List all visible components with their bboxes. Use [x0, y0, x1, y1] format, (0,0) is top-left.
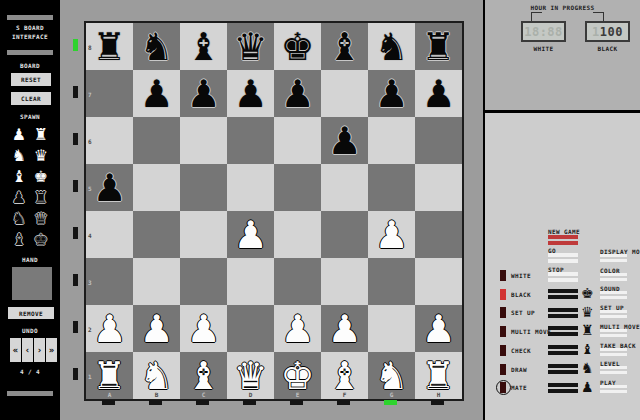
control-panel: NEW GAME GO STOP ♚♛♜♝♞♟ WHITEBLACKSET UP…	[483, 113, 640, 420]
black-pawn: ♟	[139, 75, 173, 113]
option-button-multi-move[interactable]	[600, 334, 627, 337]
knight-button-icon[interactable]: ♞	[581, 361, 594, 375]
white-knight: ♞	[12, 148, 26, 164]
white-rook: ♜	[34, 127, 48, 143]
square-d6[interactable]	[227, 117, 274, 164]
king-button-icon[interactable]: ♚	[581, 286, 594, 300]
black-pawn: ♟	[92, 169, 126, 207]
spawn-black-pawn-button[interactable]: ♟	[8, 187, 30, 208]
status-led-mate	[500, 382, 506, 393]
hand-section-label: HAND	[0, 256, 60, 263]
white-pawn: ♟	[421, 310, 455, 348]
new-game-button[interactable]	[548, 241, 578, 245]
spawn-black-knight-button[interactable]: ♞	[8, 208, 30, 229]
status-label-check: CHECK	[511, 347, 531, 354]
go-button[interactable]	[548, 259, 578, 263]
rank-led-8	[73, 39, 78, 51]
black-pawn: ♟	[421, 75, 455, 113]
app-title-line1: S BOARD	[0, 24, 60, 31]
rank-label-5: 5	[88, 184, 92, 191]
chess-board: 8♜♞♝♛♚♝♞♜7♟♟♟♟♟♟6♟5♟4♟♟32♟♟♟♟♟♟1A♜B♞C♝D♛…	[84, 21, 464, 401]
status-led-black	[500, 289, 506, 300]
white-clock-ghost-digits: 18:88	[524, 25, 563, 39]
square-e4[interactable]	[274, 211, 321, 258]
square-c6[interactable]	[180, 117, 227, 164]
file-label-a: A	[108, 391, 112, 398]
white-rook: ♜	[421, 357, 455, 395]
square-g7[interactable]: ♟	[368, 70, 415, 117]
black-pawn: ♟	[280, 75, 314, 113]
undo-section-label: UNDO	[0, 327, 60, 334]
square-a3[interactable]: 3	[86, 258, 133, 305]
square-f2[interactable]: ♟	[321, 305, 368, 352]
rank-label-7: 7	[88, 90, 92, 97]
square-a1[interactable]: 1A♜	[86, 352, 133, 399]
new-game-label: NEW GAME	[548, 228, 580, 235]
status-led-multi-move	[500, 326, 506, 337]
clock-title: HOUR IN PROGRESS	[485, 4, 640, 11]
sidebar: S BOARD INTERFACE BOARD RESET CLEAR SPAW…	[0, 0, 60, 420]
knight-button[interactable]	[548, 370, 578, 374]
king-button[interactable]	[548, 295, 578, 299]
black-bishop: ♝	[12, 232, 26, 248]
black-knight: ♞	[139, 28, 173, 66]
white-rook: ♜	[92, 357, 126, 395]
square-f5[interactable]	[321, 164, 368, 211]
square-d3[interactable]	[227, 258, 274, 305]
square-f6[interactable]: ♟	[321, 117, 368, 164]
status-led-check	[500, 345, 506, 356]
knight-button[interactable]	[548, 364, 578, 368]
rank-label-3: 3	[88, 278, 92, 285]
square-e1[interactable]: E♚	[274, 352, 321, 399]
reset-button[interactable]: RESET	[11, 73, 51, 86]
pawn-button-icon[interactable]: ♟	[581, 380, 594, 394]
spawn-white-rook-button[interactable]: ♜	[30, 124, 52, 145]
spawn-black-rook-button[interactable]: ♜	[30, 187, 52, 208]
spawn-black-king-button[interactable]: ♚	[30, 229, 52, 250]
rank-label-1: 1	[88, 372, 92, 379]
square-b3[interactable]	[133, 258, 180, 305]
black-clock-value: 100	[600, 25, 623, 39]
option-button-set-up[interactable]	[600, 315, 627, 318]
square-g5[interactable]	[368, 164, 415, 211]
white-clock-display: 18:88	[521, 21, 566, 42]
divider	[7, 391, 53, 396]
status-label-mate: MATE	[511, 384, 527, 391]
queen-button-icon[interactable]: ♛	[581, 305, 594, 319]
square-a5[interactable]: 5♟	[86, 164, 133, 211]
clear-button[interactable]: CLEAR	[11, 92, 51, 105]
square-f1[interactable]: F♝	[321, 352, 368, 399]
rank-led-6	[73, 133, 78, 145]
option-button-display-move[interactable]	[600, 254, 627, 257]
square-c7[interactable]: ♟	[180, 70, 227, 117]
white-pawn: ♟	[92, 310, 126, 348]
file-led-h	[431, 400, 444, 405]
square-g8[interactable]: ♞	[368, 23, 415, 70]
file-led-d	[243, 400, 256, 405]
option-button-display-move[interactable]	[600, 259, 627, 262]
file-led-a	[102, 400, 115, 405]
square-e6[interactable]	[274, 117, 321, 164]
square-h4[interactable]	[415, 211, 462, 258]
rank-led-5	[73, 180, 78, 192]
white-king: ♚	[280, 357, 314, 395]
black-rook: ♜	[421, 28, 455, 66]
status-label-black: BLACK	[511, 291, 531, 298]
square-c4[interactable]	[180, 211, 227, 258]
new-game-button[interactable]	[548, 235, 578, 239]
option-button-play[interactable]	[600, 390, 627, 393]
rook-button[interactable]	[548, 332, 578, 336]
option-button-take-back[interactable]	[600, 348, 627, 351]
hand-slot	[12, 267, 52, 300]
square-e5[interactable]	[274, 164, 321, 211]
square-b1[interactable]: B♞	[133, 352, 180, 399]
square-h6[interactable]	[415, 117, 462, 164]
spawn-palette: ♟♜♞♛♝♚♟♜♞♛♝♚	[8, 124, 52, 250]
square-h7[interactable]: ♟	[415, 70, 462, 117]
square-h8[interactable]: ♜	[415, 23, 462, 70]
rank-label-2: 2	[88, 325, 92, 332]
black-knight: ♞	[374, 28, 408, 66]
file-led-e	[290, 400, 303, 405]
app-title-line2: INTERFACE	[0, 33, 60, 40]
square-g6[interactable]	[368, 117, 415, 164]
option-button-sound[interactable]	[600, 291, 627, 294]
square-d2[interactable]	[227, 305, 274, 352]
rank-led-4	[73, 227, 78, 239]
white-knight: ♞	[139, 357, 173, 395]
rank-led-7	[73, 86, 78, 98]
black-bishop: ♝	[327, 28, 361, 66]
square-f8[interactable]: ♝	[321, 23, 368, 70]
square-b7[interactable]: ♟	[133, 70, 180, 117]
status-label-draw: DRAW	[511, 366, 527, 373]
queen-button[interactable]	[548, 314, 578, 318]
white-queen: ♛	[233, 357, 267, 395]
clock-panel: HOUR IN PROGRESS 18:88 1100 WHITE BLACK	[483, 0, 640, 113]
divider	[7, 15, 53, 20]
file-label-b: B	[155, 391, 159, 398]
square-b2[interactable]: ♟	[133, 305, 180, 352]
black-bishop: ♝	[186, 28, 220, 66]
white-king: ♚	[34, 169, 48, 185]
black-rook: ♜	[34, 190, 48, 206]
rank-led-1	[73, 368, 78, 380]
black-king: ♚	[34, 232, 48, 248]
square-h3[interactable]	[415, 258, 462, 305]
file-label-g: G	[390, 391, 394, 398]
rank-label-6: 6	[88, 137, 92, 144]
square-a4[interactable]: 4	[86, 211, 133, 258]
bracket-line-right	[593, 12, 604, 21]
status-led-draw	[500, 364, 506, 375]
square-g3[interactable]	[368, 258, 415, 305]
option-button-level[interactable]	[600, 366, 627, 369]
pawn-button[interactable]	[548, 383, 578, 387]
rank-led-3	[73, 274, 78, 286]
bishop-button[interactable]	[548, 345, 578, 349]
king-button[interactable]	[548, 289, 578, 293]
file-led-f	[337, 400, 350, 405]
white-bishop: ♝	[12, 169, 26, 185]
white-pawn: ♟	[186, 310, 220, 348]
square-c1[interactable]: C♝	[180, 352, 227, 399]
option-button-sound[interactable]	[600, 296, 627, 299]
bishop-button[interactable]	[548, 351, 578, 355]
black-rook: ♜	[92, 28, 126, 66]
square-a6[interactable]: 6	[86, 117, 133, 164]
white-queen: ♛	[34, 148, 48, 164]
black-queen: ♛	[34, 211, 48, 227]
spawn-black-queen-button[interactable]: ♛	[30, 208, 52, 229]
rank-led-2	[73, 321, 78, 333]
square-f3[interactable]	[321, 258, 368, 305]
square-e7[interactable]: ♟	[274, 70, 321, 117]
undo-controls: «‹›»	[10, 338, 57, 362]
square-d4[interactable]: ♟	[227, 211, 274, 258]
square-h5[interactable]	[415, 164, 462, 211]
square-b6[interactable]	[133, 117, 180, 164]
stop-button[interactable]	[548, 278, 578, 282]
square-a8[interactable]: 8♜	[86, 23, 133, 70]
white-clock-label: WHITE	[521, 45, 566, 52]
white-pawn: ♟	[233, 216, 267, 254]
file-led-b	[149, 400, 162, 405]
status-label-multi-move: MULTI MOVE	[511, 328, 551, 335]
black-queen: ♛	[233, 28, 267, 66]
square-h2[interactable]: ♟	[415, 305, 462, 352]
square-c3[interactable]	[180, 258, 227, 305]
white-pawn: ♟	[327, 310, 361, 348]
square-a7[interactable]: 7	[86, 70, 133, 117]
go-button[interactable]	[548, 253, 578, 257]
square-b5[interactable]	[133, 164, 180, 211]
file-led-c	[196, 400, 209, 405]
remove-button[interactable]: REMOVE	[8, 307, 54, 319]
file-label-c: C	[202, 391, 206, 398]
square-f7[interactable]	[321, 70, 368, 117]
rook-button-icon[interactable]: ♜	[581, 323, 594, 337]
file-label-f: F	[343, 391, 347, 398]
black-pawn: ♟	[327, 122, 361, 160]
square-d1[interactable]: D♛	[227, 352, 274, 399]
option-button-take-back[interactable]	[600, 353, 627, 356]
option-button-play[interactable]	[600, 385, 627, 388]
spawn-black-bishop-button[interactable]: ♝	[8, 229, 30, 250]
square-c8[interactable]: ♝	[180, 23, 227, 70]
rank-label-4: 4	[88, 231, 92, 238]
rook-button[interactable]	[548, 326, 578, 330]
square-b4[interactable]	[133, 211, 180, 258]
spawn-white-pawn-button[interactable]: ♟	[8, 124, 30, 145]
square-c2[interactable]: ♟	[180, 305, 227, 352]
square-h1[interactable]: H♜	[415, 352, 462, 399]
spawn-white-queen-button[interactable]: ♛	[30, 145, 52, 166]
square-a2[interactable]: 2♟	[86, 305, 133, 352]
stop-button[interactable]	[548, 272, 578, 276]
status-led-set-up	[500, 307, 506, 318]
redo-button[interactable]: ›	[34, 338, 45, 362]
black-clock-ghost-digits: 1	[592, 25, 600, 39]
status-label-white: WHITE	[511, 272, 531, 279]
white-pawn: ♟	[139, 310, 173, 348]
square-f4[interactable]	[321, 211, 368, 258]
square-g4[interactable]: ♟	[368, 211, 415, 258]
black-pawn: ♟	[374, 75, 408, 113]
undo-button[interactable]: ‹	[22, 338, 33, 362]
black-clock-label: BLACK	[585, 45, 630, 52]
board-area: 8♜♞♝♛♚♝♞♜7♟♟♟♟♟♟6♟5♟4♟♟32♟♟♟♟♟♟1A♜B♞C♝D♛…	[60, 0, 483, 420]
queen-button[interactable]	[548, 308, 578, 312]
rank-label-8: 8	[88, 43, 92, 50]
option-button-color[interactable]	[600, 278, 627, 281]
square-e2[interactable]: ♟	[274, 305, 321, 352]
white-pawn: ♟	[280, 310, 314, 348]
status-led-white	[500, 270, 506, 281]
square-e8[interactable]: ♚	[274, 23, 321, 70]
black-knight: ♞	[12, 211, 26, 227]
option-button-set-up[interactable]	[600, 310, 627, 313]
white-pawn: ♟	[374, 216, 408, 254]
white-pawn: ♟	[12, 127, 26, 143]
black-pawn: ♟	[186, 75, 220, 113]
white-bishop: ♝	[186, 357, 220, 395]
undo-to-start-button[interactable]: «	[10, 338, 21, 362]
black-clock-display: 1100	[585, 21, 630, 42]
spawn-white-king-button[interactable]: ♚	[30, 166, 52, 187]
square-b8[interactable]: ♞	[133, 23, 180, 70]
white-knight: ♞	[374, 357, 408, 395]
square-d5[interactable]	[227, 164, 274, 211]
file-label-d: D	[249, 391, 253, 398]
file-led-g	[384, 400, 397, 405]
spawn-white-knight-button[interactable]: ♞	[8, 145, 30, 166]
board-section-label: BOARD	[0, 62, 60, 69]
redo-to-end-button[interactable]: »	[46, 338, 57, 362]
square-g1[interactable]: G♞	[368, 352, 415, 399]
bracket-line-left	[531, 12, 542, 21]
pawn-button[interactable]	[548, 389, 578, 393]
spawn-section-label: SPAWN	[0, 113, 60, 120]
file-label-e: E	[296, 391, 300, 398]
white-bishop: ♝	[327, 357, 361, 395]
option-button-color[interactable]	[600, 273, 627, 276]
black-king: ♚	[280, 28, 314, 66]
divider	[7, 50, 53, 55]
undo-counter: 4 / 4	[0, 368, 60, 375]
square-e3[interactable]	[274, 258, 321, 305]
square-d7[interactable]: ♟	[227, 70, 274, 117]
square-g2[interactable]	[368, 305, 415, 352]
bishop-button-icon[interactable]: ♝	[581, 342, 594, 356]
file-label-h: H	[437, 391, 441, 398]
square-d8[interactable]: ♛	[227, 23, 274, 70]
black-pawn: ♟	[233, 75, 267, 113]
option-button-level[interactable]	[600, 371, 627, 374]
status-label-set-up: SET UP	[511, 309, 535, 316]
spawn-white-bishop-button[interactable]: ♝	[8, 166, 30, 187]
black-pawn: ♟	[12, 190, 26, 206]
option-button-multi-move[interactable]	[600, 329, 627, 332]
square-c5[interactable]	[180, 164, 227, 211]
